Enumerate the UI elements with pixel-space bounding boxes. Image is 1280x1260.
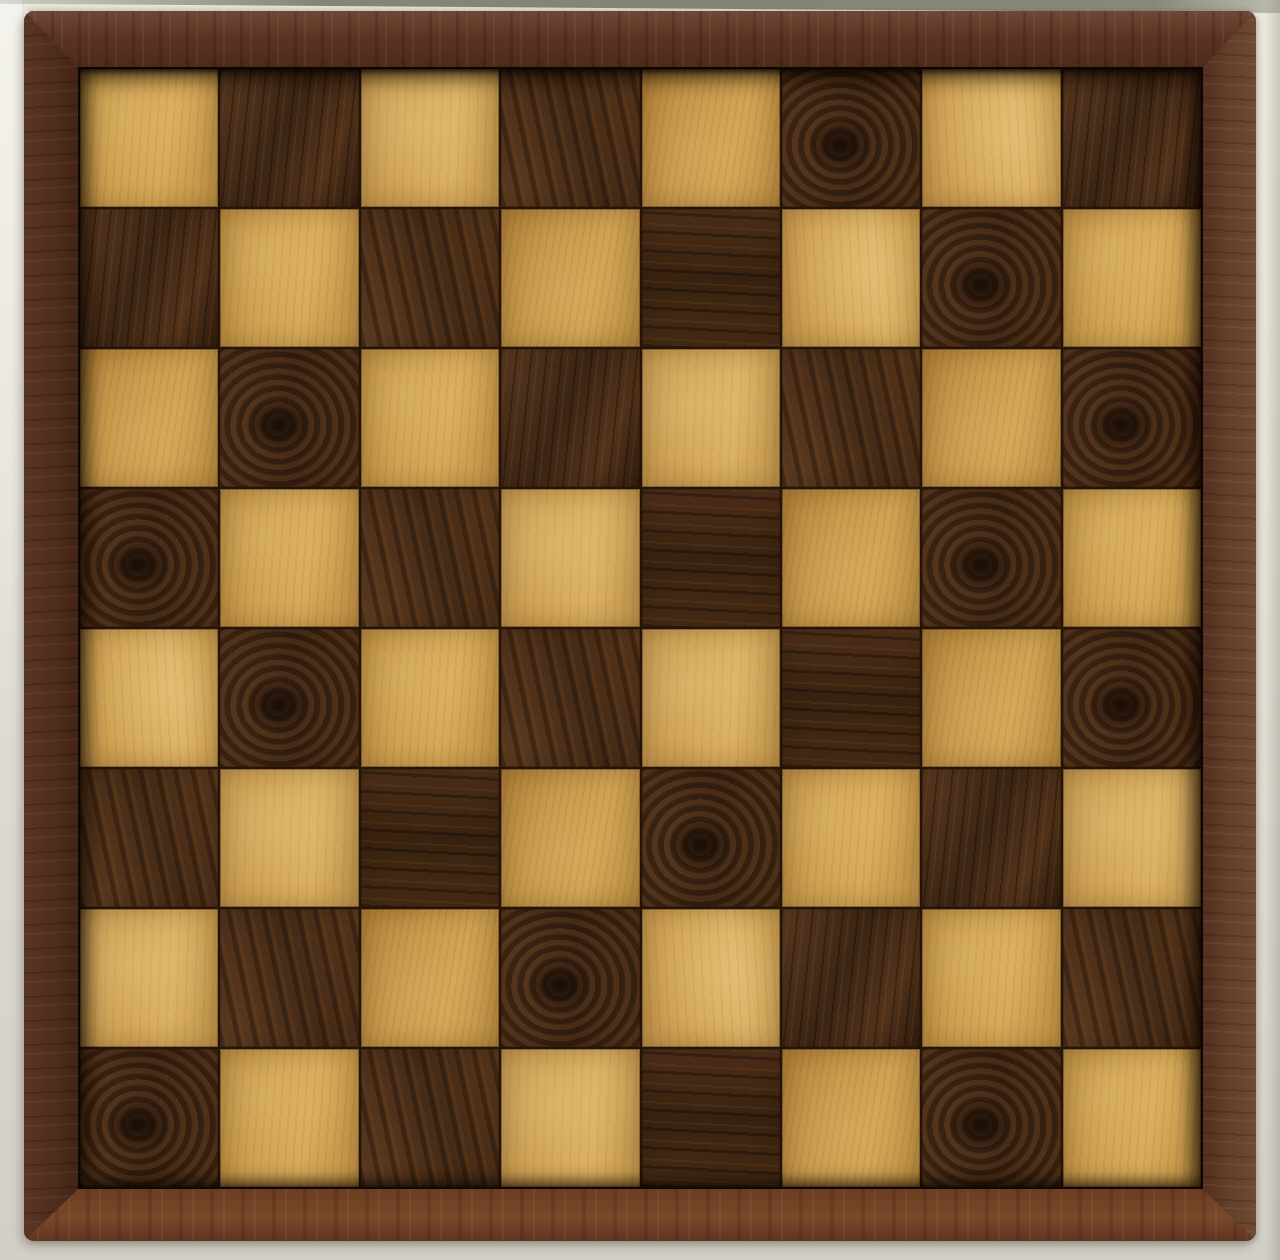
square-c4: [361, 629, 499, 767]
square-h6: [1063, 349, 1201, 487]
square-b4: [220, 629, 358, 767]
square-e7: [642, 209, 780, 347]
square-d8: [501, 69, 639, 207]
square-a2: [80, 909, 218, 1047]
square-g1: [922, 1049, 1060, 1187]
square-a3: [80, 769, 218, 907]
square-c2: [361, 909, 499, 1047]
square-c6: [361, 349, 499, 487]
square-e2: [642, 909, 780, 1047]
square-a6: [80, 349, 218, 487]
square-d6: [501, 349, 639, 487]
square-b8: [220, 69, 358, 207]
square-h5: [1063, 489, 1201, 627]
square-e3: [642, 769, 780, 907]
frame-left-rail: [24, 11, 78, 1241]
square-c7: [361, 209, 499, 347]
square-g5: [922, 489, 1060, 627]
square-f4: [782, 629, 920, 767]
square-a4: [80, 629, 218, 767]
square-c1: [361, 1049, 499, 1187]
square-b1: [220, 1049, 358, 1187]
square-g3: [922, 769, 1060, 907]
frame-top-rail: [24, 11, 1256, 67]
square-d5: [501, 489, 639, 627]
square-d7: [501, 209, 639, 347]
square-e1: [642, 1049, 780, 1187]
wall-right-shading: [1266, 0, 1280, 1260]
square-f6: [782, 349, 920, 487]
square-f5: [782, 489, 920, 627]
square-a1: [80, 1049, 218, 1187]
frame-right-rail: [1203, 11, 1256, 1241]
square-c8: [361, 69, 499, 207]
square-f1: [782, 1049, 920, 1187]
square-c3: [361, 769, 499, 907]
square-g7: [922, 209, 1060, 347]
square-d2: [501, 909, 639, 1047]
square-g8: [922, 69, 1060, 207]
square-f8: [782, 69, 920, 207]
square-g4: [922, 629, 1060, 767]
square-h8: [1063, 69, 1201, 207]
square-b5: [220, 489, 358, 627]
square-e4: [642, 629, 780, 767]
square-a5: [80, 489, 218, 627]
square-f3: [782, 769, 920, 907]
square-d4: [501, 629, 639, 767]
board-photo: [0, 0, 1280, 1260]
board-grid: [78, 67, 1203, 1189]
square-d3: [501, 769, 639, 907]
square-e5: [642, 489, 780, 627]
square-b7: [220, 209, 358, 347]
square-h4: [1063, 629, 1201, 767]
square-c5: [361, 489, 499, 627]
square-h2: [1063, 909, 1201, 1047]
square-g6: [922, 349, 1060, 487]
frame-bottom-rail: [24, 1189, 1256, 1241]
square-b2: [220, 909, 358, 1047]
square-a8: [80, 69, 218, 207]
square-e8: [642, 69, 780, 207]
square-d1: [501, 1049, 639, 1187]
square-b6: [220, 349, 358, 487]
square-h7: [1063, 209, 1201, 347]
square-f7: [782, 209, 920, 347]
wall-left-sheen: [0, 0, 22, 1260]
square-h1: [1063, 1049, 1201, 1187]
square-g2: [922, 909, 1060, 1047]
square-e6: [642, 349, 780, 487]
square-b3: [220, 769, 358, 907]
square-a7: [80, 209, 218, 347]
square-f2: [782, 909, 920, 1047]
square-h3: [1063, 769, 1201, 907]
chessboard-frame: [24, 11, 1256, 1241]
